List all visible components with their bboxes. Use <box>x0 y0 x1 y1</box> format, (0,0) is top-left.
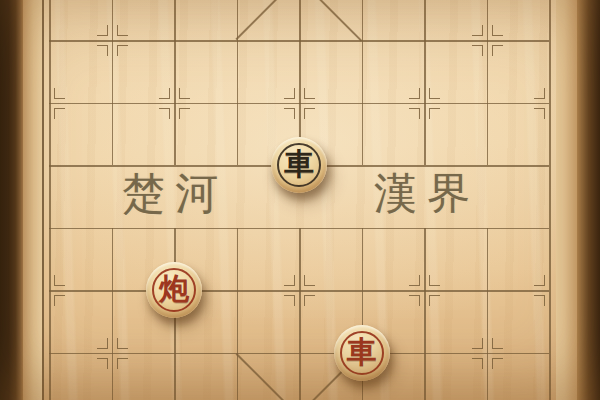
position-marker <box>117 45 128 56</box>
grid-file-line <box>487 0 489 165</box>
position-marker <box>54 275 65 286</box>
board-border-line <box>42 0 44 400</box>
position-marker <box>409 108 420 119</box>
piece-character: 車 <box>271 136 327 192</box>
grid-file-line <box>424 0 426 165</box>
position-marker <box>472 25 483 36</box>
position-marker <box>472 45 483 56</box>
piece-black-chariot[interactable]: 車 <box>271 137 327 193</box>
grid-file-line <box>487 228 489 400</box>
position-marker <box>492 358 503 369</box>
board-left-edge <box>0 0 23 400</box>
position-marker <box>179 88 190 99</box>
position-marker <box>429 88 440 99</box>
piece-character: 炮 <box>146 261 202 317</box>
position-marker <box>117 338 128 349</box>
position-marker <box>97 25 108 36</box>
position-marker <box>409 275 420 286</box>
position-marker <box>492 45 503 56</box>
position-marker <box>284 295 295 306</box>
position-marker <box>429 275 440 286</box>
position-marker <box>409 295 420 306</box>
position-marker <box>97 45 108 56</box>
piece-character: 車 <box>334 324 390 380</box>
position-marker <box>304 88 315 99</box>
river-label-han-jie: 漢界 <box>364 165 480 223</box>
grid-file-line <box>362 0 364 165</box>
xiangqi-game-screen: 楚河 漢界 車炮車 <box>0 0 600 400</box>
river-label-chu-he: 楚河 <box>112 165 228 223</box>
piece-red-chariot[interactable]: 車 <box>334 325 390 381</box>
position-marker <box>97 338 108 349</box>
grid-file-line <box>112 0 114 165</box>
position-marker <box>54 88 65 99</box>
board-grid <box>0 0 600 400</box>
position-marker <box>304 108 315 119</box>
position-marker <box>534 295 545 306</box>
position-marker <box>304 295 315 306</box>
position-marker <box>492 338 503 349</box>
position-marker <box>284 108 295 119</box>
piece-red-cannon[interactable]: 炮 <box>146 262 202 318</box>
board-left-margin <box>23 0 42 400</box>
grid-file-line <box>237 0 239 165</box>
position-marker <box>54 108 65 119</box>
position-marker <box>54 295 65 306</box>
position-marker <box>159 108 170 119</box>
position-marker <box>534 88 545 99</box>
board-right-margin <box>556 0 577 400</box>
position-marker <box>304 275 315 286</box>
grid-file-line <box>112 228 114 400</box>
grid-file-line <box>237 228 239 400</box>
position-marker <box>534 275 545 286</box>
position-marker <box>472 358 483 369</box>
board-right-edge <box>577 0 600 400</box>
xiangqi-board[interactable]: 楚河 漢界 車炮車 <box>0 0 600 400</box>
position-marker <box>492 25 503 36</box>
grid-file-line <box>299 228 301 400</box>
position-marker <box>284 88 295 99</box>
position-marker <box>159 88 170 99</box>
grid-file-line <box>49 0 51 400</box>
position-marker <box>429 295 440 306</box>
grid-file-line <box>174 0 176 165</box>
position-marker <box>284 275 295 286</box>
position-marker <box>97 358 108 369</box>
position-marker <box>472 338 483 349</box>
grid-file-line <box>424 228 426 400</box>
position-marker <box>117 25 128 36</box>
position-marker <box>429 108 440 119</box>
position-marker <box>409 88 420 99</box>
grid-file-line <box>549 0 551 400</box>
position-marker <box>179 108 190 119</box>
position-marker <box>117 358 128 369</box>
position-marker <box>534 108 545 119</box>
